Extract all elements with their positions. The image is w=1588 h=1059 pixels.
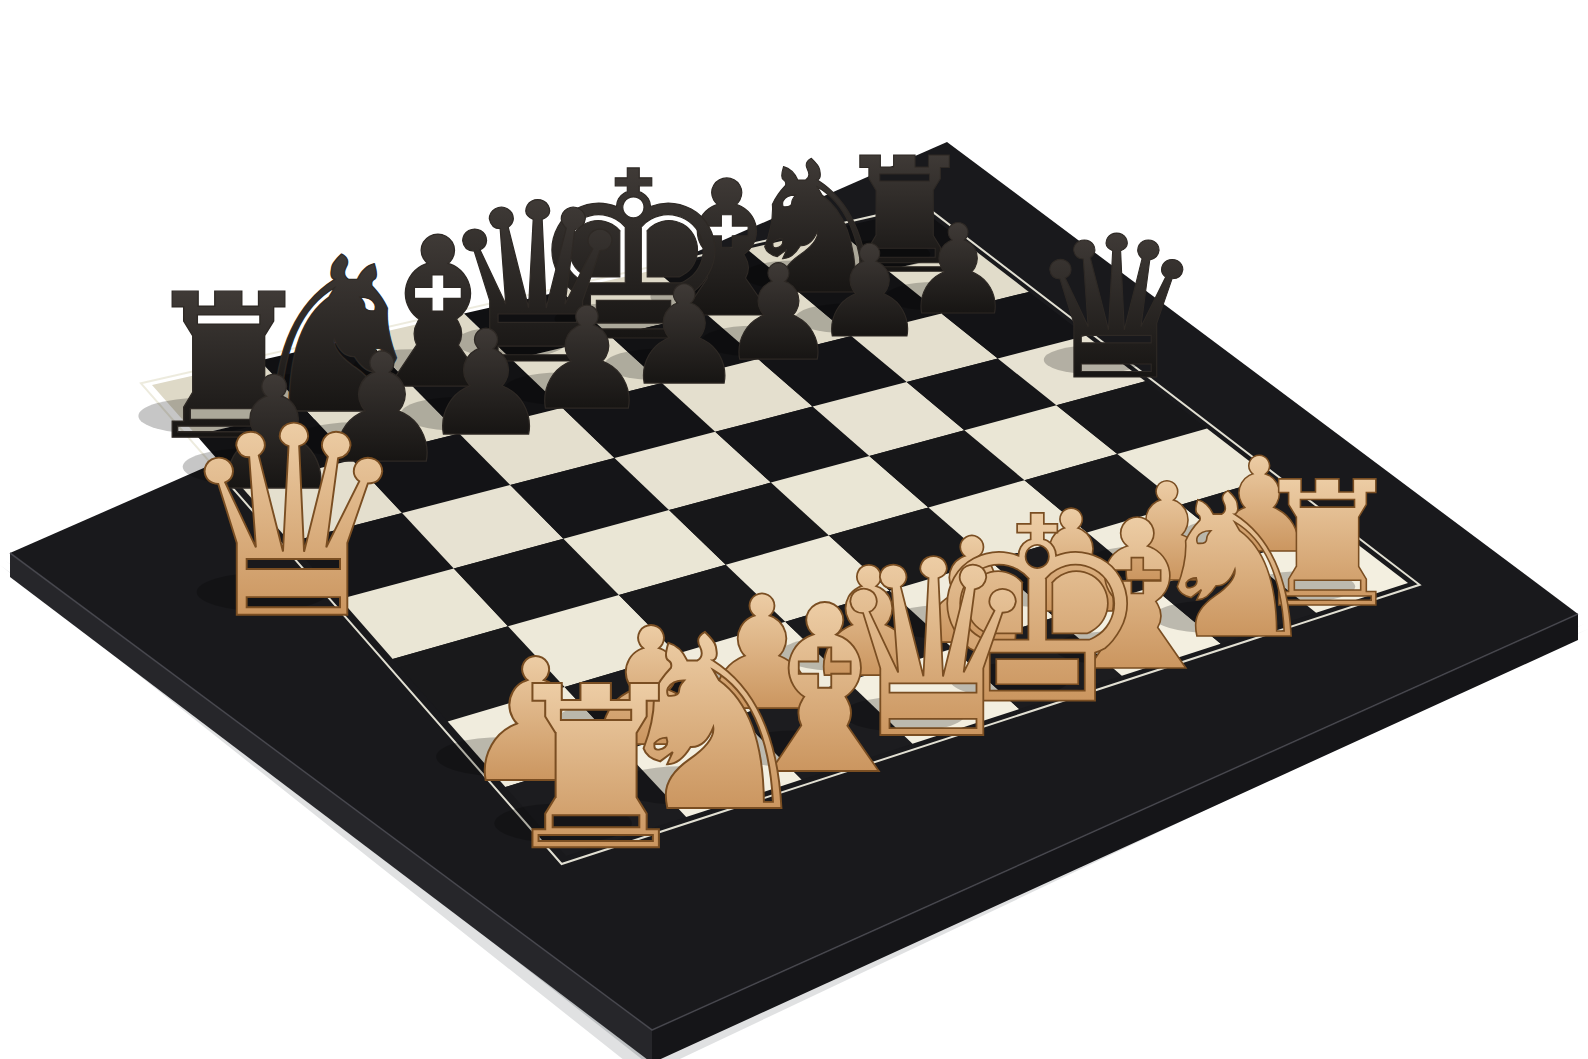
extra-black-queen[interactable]: ♛ [1028,194,1205,423]
white-queen-glyph: ♛ [176,371,412,677]
extra-white-queen[interactable]: ♛ [176,371,412,677]
chess-board-scene: ♜♞♝♟♚♟♟♛♛♟♝♟♞♟♜♟♟♟♟♜♛♟♞♟♝♟♚♟♛♟♝♟♞♜ [0,0,1588,1059]
black-queen-glyph: ♛ [1028,194,1205,423]
white-rook-glyph: ♜ [495,638,697,900]
white-rook-a1[interactable]: ♜ [494,638,696,900]
chess-set-product-photo: ♜♞♝♟♚♟♟♛♛♟♝♟♞♟♜♟♟♟♟♜♛♟♞♟♝♟♚♟♛♟♝♟♞♜ [0,0,1588,1059]
